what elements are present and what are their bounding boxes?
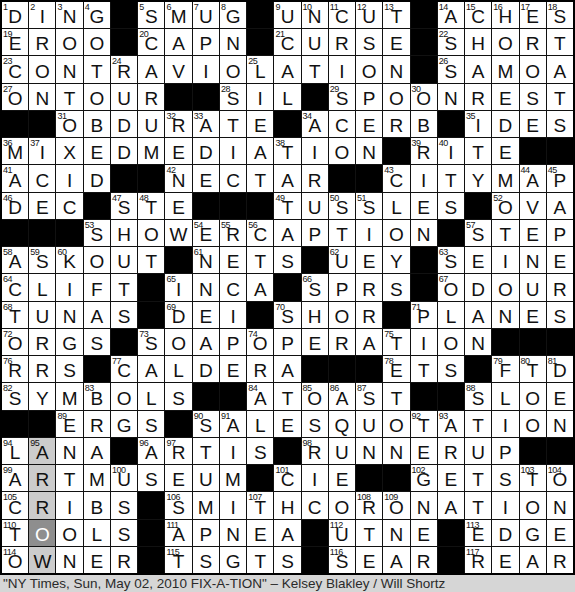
cell-r9c18[interactable]: I [492,247,518,273]
cell-r12c14[interactable]: 75T [383,329,409,355]
cell-r9c7[interactable]: 61N [193,247,219,273]
cell-r1c18[interactable]: O [492,29,518,55]
cell-r9c3[interactable]: O [84,247,110,273]
cell-r2c9[interactable]: 25L [247,56,273,82]
cell-r4c2[interactable]: 31O [56,111,82,137]
cell-r3c3[interactable]: O [84,84,110,110]
cell-r17c6[interactable]: E [165,465,191,491]
cell-r15c12[interactable]: Q [329,411,355,437]
cell-r15c19[interactable]: O [520,411,546,437]
cell-r0c11[interactable]: 10N [302,2,328,28]
cell-r6c9[interactable]: T [247,165,273,191]
cell-r9c20[interactable]: E [547,247,573,273]
cell-r6c17[interactable]: Y [465,165,491,191]
cell-r19c4[interactable]: S [111,520,137,546]
cell-r18c16[interactable]: A [438,492,464,518]
cell-r12c11[interactable]: E [302,329,328,355]
cell-r19c10[interactable]: A [274,520,300,546]
cell-r10c13[interactable]: R [356,274,382,300]
cell-r6c14[interactable]: 43C [383,165,409,191]
cell-r20c7[interactable]: S [193,547,219,573]
cell-r20c13[interactable]: E [356,547,382,573]
cell-r5c11[interactable]: I [302,138,328,164]
cell-r6c1[interactable]: C [29,165,55,191]
cell-r2c0[interactable]: 23C [2,56,28,82]
cell-r20c1[interactable]: W [29,547,55,573]
cell-r0c0[interactable]: 1D [2,2,28,28]
cell-r15c2[interactable]: 89E [56,411,82,437]
cell-r12c17[interactable]: N [465,329,491,355]
cell-r2c11[interactable]: T [302,56,328,82]
cell-r8c19[interactable]: E [520,220,546,246]
cell-r20c2[interactable]: N [56,547,82,573]
cell-r13c20[interactable]: 81D [547,356,573,382]
cell-r20c4[interactable]: R [111,547,137,573]
cell-r15c8[interactable]: 91A [220,411,246,437]
cell-r9c14[interactable]: Y [383,247,409,273]
cell-r3c17[interactable]: R [465,84,491,110]
cell-r14c11[interactable]: 85O [302,383,328,409]
cell-r19c9[interactable]: E [247,520,273,546]
cell-r2c20[interactable]: A [547,56,573,82]
cell-r0c8[interactable]: 8G [220,2,246,28]
cell-r1c20[interactable]: T [547,29,573,55]
cell-r19c12[interactable]: 112U [329,520,355,546]
cell-r20c12[interactable]: 116S [329,547,355,573]
cell-r17c5[interactable]: S [138,465,164,491]
cell-r7c1[interactable]: E [29,193,55,219]
cell-r19c19[interactable]: G [520,520,546,546]
cell-r3c13[interactable]: P [356,84,382,110]
cell-r11c18[interactable]: N [492,302,518,328]
cell-r16c3[interactable]: A [84,438,110,464]
cell-r7c4[interactable]: 47S [111,193,137,219]
cell-r3c12[interactable]: 29S [329,84,355,110]
cell-r2c3[interactable]: T [84,56,110,82]
cell-r15c11[interactable]: S [302,411,328,437]
cell-r0c12[interactable]: 11C [329,2,355,28]
cell-r5c15[interactable]: 39R [411,138,437,164]
cell-r13c6[interactable]: L [165,356,191,382]
cell-r2c16[interactable]: 26S [438,56,464,82]
cell-r2c18[interactable]: M [492,56,518,82]
cell-r0c18[interactable]: 16H [492,2,518,28]
cell-r15c17[interactable]: T [465,411,491,437]
cell-r12c1[interactable]: R [29,329,55,355]
cell-r6c18[interactable]: M [492,165,518,191]
cell-r9c16[interactable]: 63S [438,247,464,273]
cell-r11c11[interactable]: H [302,302,328,328]
cell-r6c7[interactable]: E [193,165,219,191]
cell-r17c11[interactable]: I [302,465,328,491]
cell-r18c6[interactable]: 106S [165,492,191,518]
cell-r3c19[interactable]: S [520,84,546,110]
cell-r2c10[interactable]: A [274,56,300,82]
cell-r5c13[interactable]: N [356,138,382,164]
cell-r9c9[interactable]: T [247,247,273,273]
cell-r12c0[interactable]: 72O [2,329,28,355]
cell-r5c1[interactable]: 37I [29,138,55,164]
cell-r14c19[interactable]: O [520,383,546,409]
cell-r0c19[interactable]: 17E [520,2,546,28]
cell-r6c2[interactable]: I [56,165,82,191]
cell-r13c7[interactable]: D [193,356,219,382]
cell-r16c12[interactable]: U [329,438,355,464]
cell-r15c16[interactable]: 93A [438,411,464,437]
cell-r18c20[interactable]: N [547,492,573,518]
cell-r14c12[interactable]: 86A [329,383,355,409]
cell-r16c11[interactable]: 98R [302,438,328,464]
cell-r2c6[interactable]: V [165,56,191,82]
cell-r18c11[interactable]: C [302,492,328,518]
cell-r2c1[interactable]: O [29,56,55,82]
cell-r4c11[interactable]: 34A [302,111,328,137]
cell-r7c20[interactable]: A [547,193,573,219]
cell-r14c13[interactable]: 87S [356,383,382,409]
cell-r4c12[interactable]: C [329,111,355,137]
cell-r4c7[interactable]: 33A [193,111,219,137]
cell-r20c3[interactable]: E [84,547,110,573]
cell-r19c0[interactable]: 110T [2,520,28,546]
cell-r0c10[interactable]: 9U [274,2,300,28]
cell-r2c13[interactable]: O [356,56,382,82]
cell-r3c8[interactable]: 28S [220,84,246,110]
cell-r5c9[interactable]: A [247,138,273,164]
cell-r10c12[interactable]: P [329,274,355,300]
cell-r9c5[interactable]: T [138,247,164,273]
cell-r8c14[interactable]: O [383,220,409,246]
cell-r17c7[interactable]: U [193,465,219,491]
cell-r15c14[interactable]: O [383,411,409,437]
cell-r0c2[interactable]: 3N [56,2,82,28]
cell-r8c13[interactable]: I [356,220,382,246]
cell-r0c17[interactable]: 15C [465,2,491,28]
cell-r7c0[interactable]: 46D [2,193,28,219]
cell-r15c5[interactable]: S [138,411,164,437]
cell-r19c14[interactable]: N [383,520,409,546]
cell-r16c16[interactable]: R [438,438,464,464]
cell-r17c16[interactable]: E [438,465,464,491]
cell-r5c12[interactable]: O [329,138,355,164]
cell-r15c4[interactable]: G [111,411,137,437]
cell-r6c20[interactable]: 45P [547,165,573,191]
cell-r11c8[interactable]: I [220,302,246,328]
cell-r1c7[interactable]: P [193,29,219,55]
cell-r15c9[interactable]: L [247,411,273,437]
cell-r17c8[interactable]: M [220,465,246,491]
cell-r9c1[interactable]: 59S [29,247,55,273]
cell-r19c18[interactable]: D [492,520,518,546]
cell-r12c10[interactable]: P [274,329,300,355]
cell-r16c5[interactable]: 96A [138,438,164,464]
cell-r20c15[interactable]: R [411,547,437,573]
cell-r9c0[interactable]: 58A [2,247,28,273]
cell-r6c3[interactable]: D [84,165,110,191]
cell-r11c0[interactable]: 68T [2,302,28,328]
cell-r17c0[interactable]: 99A [2,465,28,491]
cell-r7c18[interactable]: 52O [492,193,518,219]
cell-r13c16[interactable]: S [438,356,464,382]
cell-r0c14[interactable]: 13T [383,2,409,28]
cell-r13c8[interactable]: E [220,356,246,382]
cell-r6c10[interactable]: A [274,165,300,191]
cell-r12c2[interactable]: G [56,329,82,355]
cell-r7c16[interactable]: S [438,193,464,219]
cell-r14c20[interactable]: E [547,383,573,409]
cell-r17c10[interactable]: 101C [274,465,300,491]
cell-r5c7[interactable]: D [193,138,219,164]
cell-r1c2[interactable]: O [56,29,82,55]
cell-r10c11[interactable]: 66S [302,274,328,300]
cell-r16c14[interactable]: N [383,438,409,464]
cell-r2c17[interactable]: A [465,56,491,82]
cell-r13c0[interactable]: 76R [2,356,28,382]
cell-r12c6[interactable]: O [165,329,191,355]
cell-r10c2[interactable]: I [56,274,82,300]
cell-r8c6[interactable]: W [165,220,191,246]
cell-r16c1[interactable]: 95A [29,438,55,464]
cell-r11c13[interactable]: R [356,302,382,328]
cell-r12c8[interactable]: P [220,329,246,355]
cell-r14c0[interactable]: 82S [2,383,28,409]
cell-r6c19[interactable]: 44A [520,165,546,191]
cell-r2c14[interactable]: N [383,56,409,82]
cell-r11c19[interactable]: E [520,302,546,328]
cell-r8c20[interactable]: P [547,220,573,246]
cell-r3c9[interactable]: I [247,84,273,110]
cell-r12c5[interactable]: 73S [138,329,164,355]
cell-r10c8[interactable]: C [220,274,246,300]
cell-r0c20[interactable]: 18S [547,2,573,28]
cell-r11c6[interactable]: 69D [165,302,191,328]
cell-r6c11[interactable]: R [302,165,328,191]
cell-r17c19[interactable]: 103T [520,465,546,491]
cell-r6c8[interactable]: C [220,165,246,191]
cell-r12c9[interactable]: 74O [247,329,273,355]
cell-r6c15[interactable]: I [411,165,437,191]
cell-r9c2[interactable]: 60K [56,247,82,273]
cell-r5c0[interactable]: 36M [2,138,28,164]
cell-r0c3[interactable]: 4G [84,2,110,28]
cell-r6c16[interactable]: T [438,165,464,191]
cell-r7c14[interactable]: L [383,193,409,219]
cell-r19c6[interactable]: 111A [165,520,191,546]
cell-r0c13[interactable]: 12U [356,2,382,28]
cell-r19c20[interactable]: E [547,520,573,546]
cell-r9c10[interactable]: S [274,247,300,273]
cell-r4c15[interactable]: B [411,111,437,137]
cell-r7c5[interactable]: 48T [138,193,164,219]
cell-r15c20[interactable]: N [547,411,573,437]
cell-r5c3[interactable]: E [84,138,110,164]
cell-r18c0[interactable]: 105C [2,492,28,518]
cell-r14c5[interactable]: L [138,383,164,409]
cell-r4c4[interactable]: D [111,111,137,137]
cell-r7c11[interactable]: U [302,193,328,219]
cell-r4c6[interactable]: 32R [165,111,191,137]
cell-r8c3[interactable]: 53S [84,220,110,246]
cell-r17c2[interactable]: T [56,465,82,491]
cell-r11c10[interactable]: 70S [274,302,300,328]
cell-r11c20[interactable]: S [547,302,573,328]
cell-r1c8[interactable]: N [220,29,246,55]
cell-r10c4[interactable]: T [111,274,137,300]
cell-r11c15[interactable]: 71P [411,302,437,328]
cell-r17c12[interactable]: E [329,465,355,491]
cell-r4c9[interactable]: E [247,111,273,137]
cell-r16c15[interactable]: E [411,438,437,464]
cell-r8c4[interactable]: H [111,220,137,246]
cell-r14c4[interactable]: O [111,383,137,409]
cell-r7c2[interactable]: C [56,193,82,219]
cell-r8c12[interactable]: T [329,220,355,246]
cell-r13c19[interactable]: 80T [520,356,546,382]
cell-r7c10[interactable]: 49T [274,193,300,219]
cell-r18c3[interactable]: B [84,492,110,518]
cell-r13c14[interactable]: 78E [383,356,409,382]
cell-r3c1[interactable]: N [29,84,55,110]
cell-r13c5[interactable]: A [138,356,164,382]
cell-r3c20[interactable]: T [547,84,573,110]
cell-r9c4[interactable]: U [111,247,137,273]
cell-r0c1[interactable]: 2I [29,2,55,28]
cell-r4c14[interactable]: R [383,111,409,137]
cell-r8c17[interactable]: 57S [465,220,491,246]
cell-r14c14[interactable]: T [383,383,409,409]
cell-r17c18[interactable]: S [492,465,518,491]
cell-r0c16[interactable]: 14A [438,2,464,28]
cell-r0c7[interactable]: 7U [193,2,219,28]
cell-r20c14[interactable]: A [383,547,409,573]
cell-r2c4[interactable]: 24R [111,56,137,82]
cell-r18c7[interactable]: M [193,492,219,518]
cell-r5c17[interactable]: T [465,138,491,164]
cell-r4c18[interactable]: D [492,111,518,137]
cell-r7c6[interactable]: E [165,193,191,219]
cell-r1c13[interactable]: S [356,29,382,55]
cell-r20c0[interactable]: 114O [2,547,28,573]
cell-r20c19[interactable]: A [520,547,546,573]
cell-r11c7[interactable]: E [193,302,219,328]
cell-r0c6[interactable]: 6M [165,2,191,28]
cell-r20c18[interactable]: E [492,547,518,573]
cell-r15c13[interactable]: U [356,411,382,437]
cell-r2c8[interactable]: O [220,56,246,82]
cell-r19c3[interactable]: L [84,520,110,546]
cell-r5c6[interactable]: E [165,138,191,164]
cell-r6c0[interactable]: 41A [2,165,28,191]
cell-r7c13[interactable]: 51S [356,193,382,219]
cell-r8c18[interactable]: T [492,220,518,246]
cell-r18c8[interactable]: I [220,492,246,518]
cell-r9c17[interactable]: E [465,247,491,273]
cell-r9c19[interactable]: N [520,247,546,273]
cell-r11c17[interactable]: A [465,302,491,328]
cell-r16c7[interactable]: T [193,438,219,464]
cell-r10c20[interactable]: R [547,274,573,300]
cell-r20c17[interactable]: 117R [465,547,491,573]
cell-r10c1[interactable]: L [29,274,55,300]
cell-r5c10[interactable]: 38T [274,138,300,164]
cell-r18c9[interactable]: 107T [247,492,273,518]
cell-r12c12[interactable]: R [329,329,355,355]
cell-r3c18[interactable]: E [492,84,518,110]
cell-r20c8[interactable]: G [220,547,246,573]
cell-r10c18[interactable]: O [492,274,518,300]
cell-r17c15[interactable]: 102G [411,465,437,491]
cell-r20c9[interactable]: T [247,547,273,573]
cell-r0c5[interactable]: 5S [138,2,164,28]
cell-r16c6[interactable]: 97R [165,438,191,464]
cell-r16c0[interactable]: 94L [2,438,28,464]
cell-r17c17[interactable]: T [465,465,491,491]
cell-r10c17[interactable]: D [465,274,491,300]
cell-r6c6[interactable]: 42N [165,165,191,191]
cell-r19c2[interactable]: O [56,520,82,546]
cell-r18c12[interactable]: O [329,492,355,518]
cell-r1c10[interactable]: 21C [274,29,300,55]
cell-r12c13[interactable]: A [356,329,382,355]
cell-r12c16[interactable]: O [438,329,464,355]
cell-r10c16[interactable]: 67O [438,274,464,300]
cell-r4c17[interactable]: 35I [465,111,491,137]
cell-r11c12[interactable]: O [329,302,355,328]
cell-r13c2[interactable]: S [56,356,82,382]
cell-r16c2[interactable]: N [56,438,82,464]
cell-r4c5[interactable]: U [138,111,164,137]
cell-r3c15[interactable]: 30O [411,84,437,110]
cell-r16c18[interactable]: P [492,438,518,464]
cell-r9c13[interactable]: E [356,247,382,273]
cell-r7c19[interactable]: V [520,193,546,219]
cell-r16c9[interactable]: S [247,438,273,464]
cell-r1c12[interactable]: R [329,29,355,55]
cell-r7c12[interactable]: 50S [329,193,355,219]
cell-r8c10[interactable]: A [274,220,300,246]
cell-r11c4[interactable]: S [111,302,137,328]
cell-r2c2[interactable]: N [56,56,82,82]
cell-r10c9[interactable]: A [247,274,273,300]
cell-r18c17[interactable]: T [465,492,491,518]
cell-r15c18[interactable]: I [492,411,518,437]
cell-r3c14[interactable]: O [383,84,409,110]
cell-r19c1[interactable]: O [29,520,55,546]
cell-r18c18[interactable]: I [492,492,518,518]
cell-r1c17[interactable]: H [465,29,491,55]
cell-r5c18[interactable]: E [492,138,518,164]
cell-r11c3[interactable]: A [84,302,110,328]
cell-r8c7[interactable]: 54E [193,220,219,246]
cell-r5c8[interactable]: I [220,138,246,164]
cell-r5c5[interactable]: M [138,138,164,164]
cell-r14c9[interactable]: 84A [247,383,273,409]
cell-r7c15[interactable]: E [411,193,437,219]
cell-r10c3[interactable]: F [84,274,110,300]
cell-r13c10[interactable]: A [274,356,300,382]
cell-r18c15[interactable]: N [411,492,437,518]
cell-r15c3[interactable]: R [84,411,110,437]
cell-r17c20[interactable]: 104O [547,465,573,491]
cell-r18c19[interactable]: O [520,492,546,518]
cell-r1c16[interactable]: 22S [438,29,464,55]
cell-r5c16[interactable]: 40I [438,138,464,164]
cell-r13c4[interactable]: 77C [111,356,137,382]
cell-r19c7[interactable]: P [193,520,219,546]
cell-r10c14[interactable]: S [383,274,409,300]
cell-r11c16[interactable]: L [438,302,464,328]
cell-r2c5[interactable]: A [138,56,164,82]
cell-r15c15[interactable]: 92T [411,411,437,437]
